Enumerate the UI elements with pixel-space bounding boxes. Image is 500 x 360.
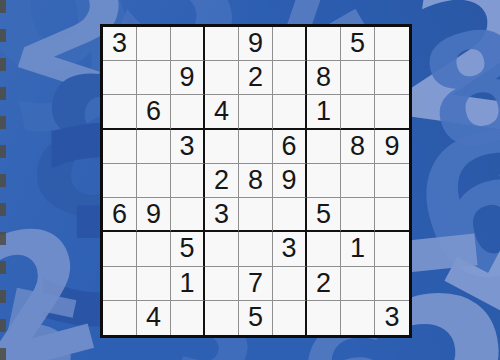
- cell-r6c2[interactable]: 9: [137, 198, 171, 232]
- cell-r8c5[interactable]: 7: [239, 267, 273, 301]
- cell-r4c3[interactable]: 3: [171, 130, 205, 164]
- cell-r4c4[interactable]: [205, 130, 239, 164]
- cell-r5c2[interactable]: [137, 164, 171, 198]
- cell-r9c9[interactable]: 3: [375, 301, 409, 335]
- cell-r6c3[interactable]: [171, 198, 205, 232]
- cell-r4c9[interactable]: 9: [375, 130, 409, 164]
- cell-r3c8[interactable]: [341, 95, 375, 129]
- cell-r8c2[interactable]: [137, 267, 171, 301]
- cell-r7c4[interactable]: [205, 232, 239, 266]
- cell-r1c7[interactable]: [307, 27, 341, 61]
- cell-r5c7[interactable]: [307, 164, 341, 198]
- cell-r3c6[interactable]: [273, 95, 307, 129]
- cell-r2c8[interactable]: [341, 61, 375, 95]
- cell-r5c5[interactable]: 8: [239, 164, 273, 198]
- cell-r9c8[interactable]: [341, 301, 375, 335]
- cell-r1c5[interactable]: 9: [239, 27, 273, 61]
- cell-r9c4[interactable]: [205, 301, 239, 335]
- cell-r2c3[interactable]: 9: [171, 61, 205, 95]
- cell-r7c5[interactable]: [239, 232, 273, 266]
- cell-r9c6[interactable]: [273, 301, 307, 335]
- cell-r9c7[interactable]: [307, 301, 341, 335]
- cell-r8c3[interactable]: 1: [171, 267, 205, 301]
- cell-r2c6[interactable]: [273, 61, 307, 95]
- cell-r6c5[interactable]: [239, 198, 273, 232]
- cell-r6c4[interactable]: 3: [205, 198, 239, 232]
- cell-r5c3[interactable]: [171, 164, 205, 198]
- cell-r4c5[interactable]: [239, 130, 273, 164]
- cell-r5c1[interactable]: [103, 164, 137, 198]
- cell-r2c5[interactable]: 2: [239, 61, 273, 95]
- cell-r8c6[interactable]: [273, 267, 307, 301]
- cell-r1c8[interactable]: 5: [341, 27, 375, 61]
- sudoku-board: 39592864136892896935531172453: [100, 24, 412, 338]
- cell-r6c9[interactable]: [375, 198, 409, 232]
- cell-r1c4[interactable]: [205, 27, 239, 61]
- cell-r8c4[interactable]: [205, 267, 239, 301]
- cell-r4c7[interactable]: [307, 130, 341, 164]
- cell-r6c1[interactable]: 6: [103, 198, 137, 232]
- cell-r9c1[interactable]: [103, 301, 137, 335]
- cell-r8c7[interactable]: 2: [307, 267, 341, 301]
- cell-r7c2[interactable]: [137, 232, 171, 266]
- cell-r9c3[interactable]: [171, 301, 205, 335]
- cell-r3c7[interactable]: 1: [307, 95, 341, 129]
- cell-r2c2[interactable]: [137, 61, 171, 95]
- cell-r7c8[interactable]: 1: [341, 232, 375, 266]
- cell-r2c9[interactable]: [375, 61, 409, 95]
- cell-r7c9[interactable]: [375, 232, 409, 266]
- cell-r3c3[interactable]: [171, 95, 205, 129]
- cell-r2c7[interactable]: 8: [307, 61, 341, 95]
- cell-r8c1[interactable]: [103, 267, 137, 301]
- cell-r2c1[interactable]: [103, 61, 137, 95]
- binding-edge: [0, 0, 6, 360]
- cell-r1c3[interactable]: [171, 27, 205, 61]
- cell-r1c6[interactable]: [273, 27, 307, 61]
- cell-r7c7[interactable]: [307, 232, 341, 266]
- cell-r9c2[interactable]: 4: [137, 301, 171, 335]
- cell-r3c1[interactable]: [103, 95, 137, 129]
- cell-r8c9[interactable]: [375, 267, 409, 301]
- cell-r4c1[interactable]: [103, 130, 137, 164]
- cell-r4c2[interactable]: [137, 130, 171, 164]
- cell-r5c8[interactable]: [341, 164, 375, 198]
- cell-r3c5[interactable]: [239, 95, 273, 129]
- cell-r8c8[interactable]: [341, 267, 375, 301]
- cell-r6c8[interactable]: [341, 198, 375, 232]
- cell-r1c1[interactable]: 3: [103, 27, 137, 61]
- cell-r5c6[interactable]: 9: [273, 164, 307, 198]
- cell-r3c2[interactable]: 6: [137, 95, 171, 129]
- cell-r3c9[interactable]: [375, 95, 409, 129]
- cell-r3c4[interactable]: 4: [205, 95, 239, 129]
- cell-r6c7[interactable]: 5: [307, 198, 341, 232]
- cell-r5c4[interactable]: 2: [205, 164, 239, 198]
- cell-r9c5[interactable]: 5: [239, 301, 273, 335]
- cell-r2c4[interactable]: [205, 61, 239, 95]
- cell-r4c8[interactable]: 8: [341, 130, 375, 164]
- cell-r7c3[interactable]: 5: [171, 232, 205, 266]
- cell-r6c6[interactable]: [273, 198, 307, 232]
- cell-r1c9[interactable]: [375, 27, 409, 61]
- cell-r5c9[interactable]: [375, 164, 409, 198]
- cell-r4c6[interactable]: 6: [273, 130, 307, 164]
- cell-r7c1[interactable]: [103, 232, 137, 266]
- cell-r1c2[interactable]: [137, 27, 171, 61]
- cell-r7c6[interactable]: 3: [273, 232, 307, 266]
